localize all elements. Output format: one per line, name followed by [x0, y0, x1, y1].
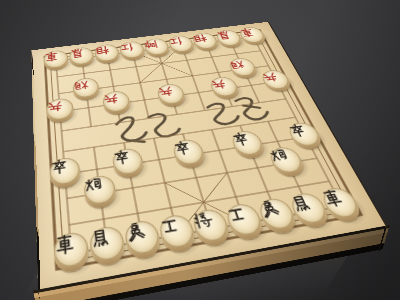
piece-character	[83, 175, 105, 195]
piece-black-elephant[interactable]	[123, 219, 163, 261]
piece-black-soldier[interactable]	[286, 121, 326, 151]
piece-character	[102, 91, 121, 106]
piece-character	[259, 70, 280, 84]
piece-black-advisor[interactable]	[157, 213, 198, 254]
piece-character	[191, 209, 217, 232]
piece-character	[88, 226, 112, 250]
piece-side	[257, 201, 300, 236]
piece-red-soldier[interactable]	[156, 83, 188, 109]
piece-side	[268, 149, 307, 178]
piece-character	[167, 35, 185, 47]
piece-side	[225, 206, 267, 242]
piece-top	[223, 202, 264, 237]
piece-shadow	[55, 238, 97, 280]
piece-side	[83, 178, 117, 210]
piece-black-horse[interactable]	[88, 225, 126, 268]
piece-black-soldier[interactable]	[111, 147, 145, 180]
piece-shadow	[160, 220, 205, 259]
piece-shadow	[271, 151, 315, 182]
piece-shadow	[227, 209, 274, 247]
piece-black-soldier[interactable]	[229, 129, 267, 160]
piece-black-soldier[interactable]	[171, 138, 207, 170]
piece-character	[191, 33, 210, 44]
piece-character	[256, 198, 283, 220]
piece-side	[231, 133, 268, 160]
piece-top	[229, 129, 266, 156]
piece-character	[171, 139, 194, 157]
piece-shadow	[91, 232, 134, 273]
piece-side	[89, 229, 127, 267]
piece-shadow	[113, 153, 151, 184]
piece-shadow	[233, 135, 274, 164]
piece-character	[118, 41, 136, 53]
piece-shadow	[85, 180, 124, 214]
piece-shadow	[260, 203, 308, 240]
piece-black-chariot[interactable]	[53, 230, 90, 274]
piece-black-cannon[interactable]	[267, 146, 308, 179]
scene-background: 楚河 漢界	[0, 0, 400, 300]
piece-black-general[interactable]	[191, 207, 233, 248]
piece-shadow	[126, 226, 170, 266]
piece-shadow	[292, 198, 341, 234]
piece-character	[156, 84, 176, 98]
piece-top	[267, 146, 306, 175]
piece-character	[229, 131, 253, 148]
piece-top	[123, 219, 162, 256]
piece-character	[214, 30, 233, 41]
piece-black-chariot[interactable]	[319, 186, 365, 224]
piece-red-soldier[interactable]	[102, 90, 132, 116]
piece-red-cannon[interactable]	[72, 77, 100, 102]
piece-shadow	[289, 126, 332, 154]
piece-side	[49, 160, 81, 190]
piece-red-horse[interactable]	[69, 46, 95, 68]
piece-character	[227, 58, 247, 71]
piece-top	[53, 230, 89, 269]
piece-character	[94, 44, 111, 56]
piece-top	[191, 207, 232, 243]
piece-black-elephant[interactable]	[256, 197, 300, 236]
piece-red-general[interactable]	[143, 37, 171, 58]
piece-top	[256, 197, 298, 232]
piece-shadow	[174, 144, 214, 174]
piece-red-soldier[interactable]	[46, 97, 75, 124]
piece-side	[53, 235, 90, 274]
piece-black-advisor[interactable]	[223, 202, 266, 242]
piece-character	[319, 188, 347, 209]
piece-character	[267, 147, 292, 165]
piece-top	[83, 174, 117, 206]
piece-shadow	[194, 214, 240, 253]
piece-side	[287, 124, 325, 151]
piece-character	[287, 193, 315, 214]
piece-shadow	[51, 162, 88, 194]
piece-character	[72, 78, 90, 92]
piece-side	[158, 218, 198, 255]
xiangqi-board: 楚河 漢界	[31, 22, 385, 290]
piece-character	[111, 148, 133, 166]
piece-top	[319, 186, 363, 219]
piece-top	[49, 156, 81, 186]
piece-character	[49, 158, 70, 177]
piece-shadow	[323, 193, 373, 229]
piece-top	[287, 191, 330, 225]
piece-character	[223, 204, 250, 226]
scene-3d: 楚河 漢界	[0, 0, 400, 300]
piece-character	[208, 77, 229, 91]
piece-side	[124, 223, 163, 261]
piece-red-advisor[interactable]	[118, 40, 146, 61]
piece-red-soldier[interactable]	[259, 69, 294, 93]
piece-top	[286, 121, 324, 147]
piece-black-horse[interactable]	[287, 191, 332, 230]
piece-character	[46, 98, 64, 113]
piece-character	[43, 50, 60, 62]
piece-side	[172, 141, 207, 169]
piece-red-elephant[interactable]	[94, 43, 121, 65]
piece-side	[289, 195, 333, 229]
piece-character	[123, 221, 148, 245]
piece-character	[69, 47, 86, 59]
piece-top	[111, 147, 145, 176]
piece-side	[112, 150, 146, 179]
piece-character	[157, 215, 183, 238]
piece-top	[171, 138, 206, 166]
piece-character	[53, 232, 77, 256]
piece-black-soldier[interactable]	[49, 156, 81, 190]
piece-top	[88, 225, 126, 263]
piece-side	[192, 212, 233, 248]
piece-side	[321, 190, 365, 224]
piece-character	[143, 38, 161, 50]
piece-black-cannon[interactable]	[83, 174, 118, 210]
piece-character	[286, 122, 310, 139]
piece-red-chariot[interactable]	[43, 49, 69, 71]
piece-top	[157, 213, 197, 249]
